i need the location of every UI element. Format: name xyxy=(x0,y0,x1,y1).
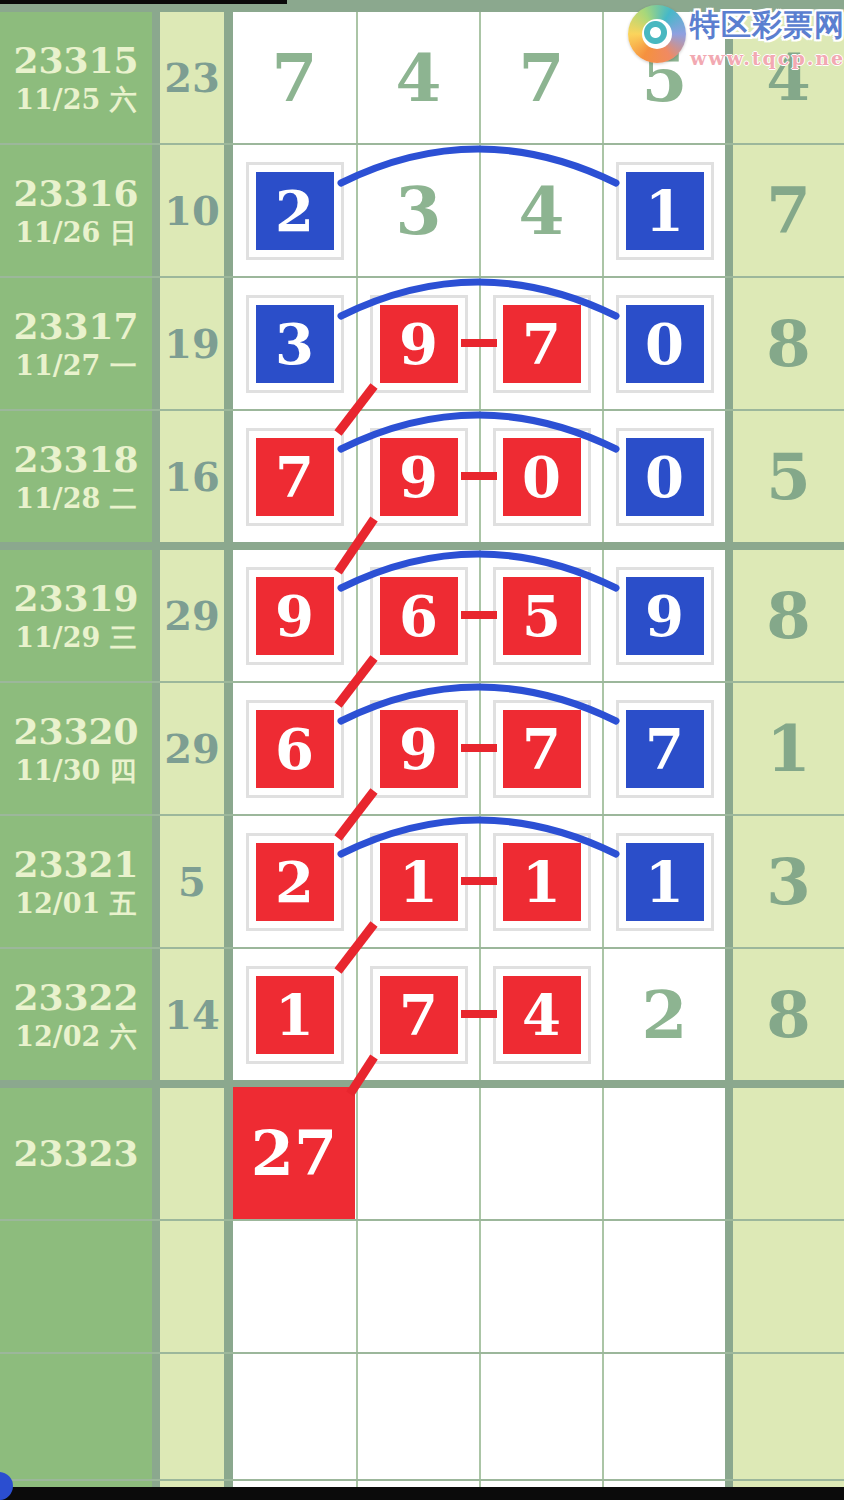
column-divider xyxy=(224,145,233,276)
trend-grid: 2331511/25 六23747542331611/26 日102341723… xyxy=(0,12,844,1487)
digit-square-red: 1 xyxy=(496,836,588,928)
digit-cell xyxy=(602,1354,725,1479)
column-divider xyxy=(152,550,160,681)
draw-row: 2332112/01 五521113 xyxy=(0,816,844,949)
digit-cell: 1 xyxy=(602,816,725,947)
digit-cell: 7 xyxy=(356,949,479,1080)
site-url: www.tqcp.net xyxy=(690,47,844,69)
column-divider xyxy=(224,411,233,542)
digit-square-red: 5 xyxy=(496,570,588,662)
column-divider xyxy=(152,145,160,276)
tail-stat-cell: 5 xyxy=(733,411,844,542)
sum-cell: 5 xyxy=(160,816,224,947)
sum-cell xyxy=(160,1088,224,1219)
draw-row: 2332212/02 六1417428 xyxy=(0,949,844,1080)
digit-cell: 1 xyxy=(479,816,602,947)
sum-cell xyxy=(160,1221,224,1352)
issue-cell: 2331811/28 二 xyxy=(0,411,152,542)
issue-cell: 2332212/02 六 xyxy=(0,949,152,1080)
sum-cell: 29 xyxy=(160,550,224,681)
digit-cell: 7 xyxy=(479,683,602,814)
digit-cell: 1 xyxy=(356,816,479,947)
column-divider xyxy=(152,278,160,409)
digit-cell xyxy=(356,1221,479,1352)
digit-square-blue: 1 xyxy=(619,165,711,257)
digit-square-red: 6 xyxy=(373,570,465,662)
issue-cell: 2331511/25 六 xyxy=(0,12,152,143)
column-divider xyxy=(152,1354,160,1479)
digit-cell: 7 xyxy=(233,12,356,143)
issue-number: 23320 xyxy=(13,711,138,752)
sum-cell xyxy=(160,1354,224,1479)
column-divider xyxy=(152,12,160,143)
issue-date: 11/25 六 xyxy=(15,84,136,115)
digit-cell: 0 xyxy=(602,411,725,542)
column-divider xyxy=(224,550,233,681)
column-divider xyxy=(725,1088,733,1219)
digit-square-red: 2 xyxy=(249,836,341,928)
digit-square-red: 9 xyxy=(373,298,465,390)
digit-square-red: 7 xyxy=(249,431,341,523)
issue-number: 23321 xyxy=(13,844,138,885)
issue-cell: 23323 xyxy=(0,1088,152,1219)
column-divider xyxy=(152,949,160,1080)
digit-square-red: 4 xyxy=(496,969,588,1061)
tail-stat-cell: 7 xyxy=(733,145,844,276)
digit-cell xyxy=(233,1354,356,1479)
tail-stat-cell: 8 xyxy=(733,949,844,1080)
issue-date: 11/29 三 xyxy=(15,622,136,653)
digit-cell: 9 xyxy=(233,550,356,681)
digit-cell xyxy=(602,1088,725,1219)
site-logo-icon xyxy=(628,5,686,63)
group-separator xyxy=(0,542,844,550)
issue-number: 23315 xyxy=(13,40,138,81)
issue-date: 11/26 日 xyxy=(15,217,136,248)
issue-date: 11/27 一 xyxy=(15,350,136,381)
column-divider xyxy=(725,411,733,542)
issue-number: 23318 xyxy=(13,439,138,480)
digit-cell: 0 xyxy=(602,278,725,409)
issue-cell xyxy=(0,1354,152,1479)
column-divider xyxy=(725,550,733,681)
issue-cell: 2331611/26 日 xyxy=(0,145,152,276)
digit-square-red: 9 xyxy=(373,431,465,523)
column-divider xyxy=(224,683,233,814)
column-divider xyxy=(224,1221,233,1352)
digit-cell: 2 xyxy=(233,816,356,947)
top-edge-strip xyxy=(0,0,287,4)
issue-number: 23323 xyxy=(13,1133,138,1174)
column-divider xyxy=(725,949,733,1080)
issue-number: 23317 xyxy=(13,306,138,347)
draw-row: 2332327 xyxy=(0,1088,844,1221)
column-divider xyxy=(725,145,733,276)
sum-cell: 23 xyxy=(160,12,224,143)
draw-row: 2332011/30 四2969771 xyxy=(0,683,844,816)
column-divider xyxy=(152,1088,160,1219)
digit-square-red: 6 xyxy=(249,703,341,795)
tail-stat-cell xyxy=(733,1221,844,1352)
site-watermark: 特区彩票网 www.tqcp.net xyxy=(628,5,844,69)
column-divider xyxy=(725,1354,733,1479)
digit-square-red: 7 xyxy=(496,298,588,390)
digit-cell xyxy=(602,1221,725,1352)
digit-square-red: 9 xyxy=(373,703,465,795)
column-divider xyxy=(725,1221,733,1352)
digit-cell: 0 xyxy=(479,411,602,542)
issue-date: 11/28 二 xyxy=(15,483,136,514)
digit-square-blue: 9 xyxy=(619,570,711,662)
digit-square-blue: 0 xyxy=(619,298,711,390)
sum-cell: 29 xyxy=(160,683,224,814)
tail-stat-cell: 8 xyxy=(733,278,844,409)
issue-cell: 2331911/29 三 xyxy=(0,550,152,681)
digit-square-red: 9 xyxy=(249,570,341,662)
issue-number: 23316 xyxy=(13,173,138,214)
issue-date: 12/01 五 xyxy=(15,888,136,919)
bottom-black-bar xyxy=(0,1487,844,1500)
digit-cell xyxy=(356,1088,479,1219)
draw-row: 2331711/27 一1939708 xyxy=(0,278,844,411)
lottery-trend-chart: 2331511/25 六23747542331611/26 日102341723… xyxy=(0,0,844,1500)
sum-cell: 16 xyxy=(160,411,224,542)
digit-square-blue: 2 xyxy=(249,165,341,257)
sum-cell: 10 xyxy=(160,145,224,276)
tail-stat-cell: 3 xyxy=(733,816,844,947)
issue-cell: 2332112/01 五 xyxy=(0,816,152,947)
column-divider xyxy=(152,411,160,542)
site-name: 特区彩票网 xyxy=(690,5,844,46)
column-divider xyxy=(224,816,233,947)
digit-square-red: 0 xyxy=(496,431,588,523)
column-divider xyxy=(224,12,233,143)
column-divider xyxy=(224,949,233,1080)
column-divider xyxy=(224,1088,233,1219)
next-draw-square-red: 27 xyxy=(233,1087,355,1219)
issue-number: 23319 xyxy=(13,578,138,619)
digit-cell: 4 xyxy=(479,949,602,1080)
tail-stat-cell xyxy=(733,1354,844,1479)
digit-cell: 9 xyxy=(356,411,479,542)
issue-number: 23322 xyxy=(13,977,138,1018)
issue-cell: 2331711/27 一 xyxy=(0,278,152,409)
digit-square-blue: 3 xyxy=(249,298,341,390)
digit-cell: 7 xyxy=(233,411,356,542)
digit-cell: 2 xyxy=(233,145,356,276)
digit-cell: 9 xyxy=(356,278,479,409)
column-divider xyxy=(224,1354,233,1479)
issue-date: 11/30 四 xyxy=(15,755,136,786)
column-divider xyxy=(152,683,160,814)
digit-cell xyxy=(356,1354,479,1479)
issue-cell: 2332011/30 四 xyxy=(0,683,152,814)
draw-row xyxy=(0,1221,844,1354)
digit-cell: 7 xyxy=(602,683,725,814)
issue-date: 12/02 六 xyxy=(15,1021,136,1052)
draw-row xyxy=(0,1354,844,1481)
digit-cell: 1 xyxy=(233,949,356,1080)
digit-cell: 6 xyxy=(233,683,356,814)
column-divider xyxy=(725,278,733,409)
digit-cell: 3 xyxy=(233,278,356,409)
digit-cell: 4 xyxy=(479,145,602,276)
draw-row: 2331911/29 三2996598 xyxy=(0,550,844,683)
sum-cell: 19 xyxy=(160,278,224,409)
digit-cell: 27 xyxy=(233,1088,356,1219)
digit-cell: 2 xyxy=(602,949,725,1080)
digit-square-red: 7 xyxy=(496,703,588,795)
tail-stat-cell: 8 xyxy=(733,550,844,681)
digit-cell: 7 xyxy=(479,278,602,409)
draw-row: 2331811/28 二1679005 xyxy=(0,411,844,542)
digit-square-red: 1 xyxy=(249,969,341,1061)
digit-cell: 1 xyxy=(602,145,725,276)
tail-stat-cell xyxy=(733,1088,844,1219)
column-divider xyxy=(725,816,733,947)
column-divider xyxy=(152,816,160,947)
digit-square-red: 7 xyxy=(373,969,465,1061)
digit-cell xyxy=(479,1221,602,1352)
digit-cell: 7 xyxy=(479,12,602,143)
digit-square-blue: 1 xyxy=(619,836,711,928)
digit-cell xyxy=(479,1088,602,1219)
digit-square-blue: 7 xyxy=(619,703,711,795)
tail-stat-cell: 1 xyxy=(733,683,844,814)
sum-cell: 14 xyxy=(160,949,224,1080)
digit-square-red: 1 xyxy=(373,836,465,928)
column-divider xyxy=(725,683,733,814)
column-divider xyxy=(152,1221,160,1352)
digit-cell: 9 xyxy=(356,683,479,814)
digit-cell: 4 xyxy=(356,12,479,143)
logo-swirl xyxy=(642,19,672,49)
digit-cell: 6 xyxy=(356,550,479,681)
digit-cell: 3 xyxy=(356,145,479,276)
group-separator xyxy=(0,1080,844,1088)
digit-cell xyxy=(233,1221,356,1352)
digit-square-blue: 0 xyxy=(619,431,711,523)
issue-cell xyxy=(0,1221,152,1352)
column-divider xyxy=(224,278,233,409)
digit-cell: 9 xyxy=(602,550,725,681)
digit-cell: 5 xyxy=(479,550,602,681)
draw-row: 2331611/26 日1023417 xyxy=(0,145,844,278)
digit-cell xyxy=(479,1354,602,1479)
